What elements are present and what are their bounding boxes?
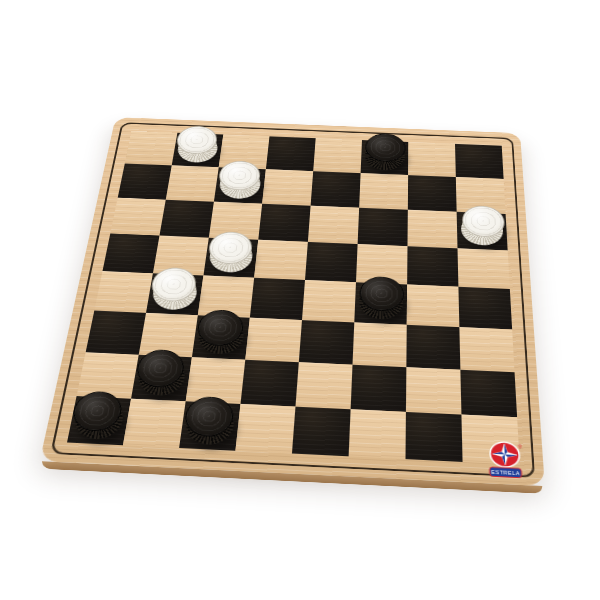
square-r4c4[interactable] xyxy=(254,240,308,280)
square-r3c1[interactable] xyxy=(110,198,165,236)
photo-background: ® ESTRELA xyxy=(0,0,600,600)
checker-black[interactable] xyxy=(196,318,246,356)
checker-white[interactable] xyxy=(150,276,199,312)
square-r3c2[interactable] xyxy=(159,200,213,238)
square-r6c1[interactable] xyxy=(86,311,146,355)
square-r1c8[interactable] xyxy=(455,144,504,179)
square-r4c1[interactable] xyxy=(103,233,160,273)
square-r7c6[interactable] xyxy=(351,365,407,412)
square-r8c7[interactable] xyxy=(406,412,463,462)
checkers-board: ® ESTRELA xyxy=(40,117,545,486)
checker-black[interactable] xyxy=(364,143,405,173)
square-r7c8[interactable] xyxy=(460,370,517,418)
square-r7c2[interactable] xyxy=(131,355,192,402)
square-r5c1[interactable] xyxy=(94,271,153,313)
square-r8c5[interactable] xyxy=(292,407,351,457)
square-r5c2[interactable] xyxy=(146,273,203,315)
square-r2c5[interactable] xyxy=(311,171,361,208)
checker-black[interactable] xyxy=(358,285,403,322)
square-r6c7[interactable] xyxy=(406,325,460,370)
square-r5c6[interactable] xyxy=(354,282,407,325)
square-r6c3[interactable] xyxy=(192,315,250,359)
square-r6c8[interactable] xyxy=(459,327,514,372)
square-r4c5[interactable] xyxy=(305,242,358,282)
square-r3c4[interactable] xyxy=(258,204,310,242)
checker-white[interactable] xyxy=(175,135,219,165)
square-r7c5[interactable] xyxy=(295,362,352,409)
square-r7c4[interactable] xyxy=(240,360,298,407)
square-r2c6[interactable] xyxy=(359,173,408,210)
square-r7c7[interactable] xyxy=(406,367,461,414)
checker-black[interactable] xyxy=(184,405,237,447)
square-r4c7[interactable] xyxy=(407,246,458,287)
square-r3c8[interactable] xyxy=(457,212,508,251)
square-r1c2[interactable] xyxy=(172,133,224,168)
square-r6c5[interactable] xyxy=(299,320,354,365)
square-r2c4[interactable] xyxy=(262,169,313,205)
square-r8c4[interactable] xyxy=(235,404,295,454)
square-r1c4[interactable] xyxy=(266,136,316,171)
board-grid xyxy=(67,131,520,465)
square-r2c1[interactable] xyxy=(118,163,172,199)
square-r8c1[interactable] xyxy=(67,396,131,445)
square-r3c5[interactable] xyxy=(308,206,359,244)
square-r5c5[interactable] xyxy=(302,280,356,322)
square-r1c6[interactable] xyxy=(361,140,409,175)
checker-white[interactable] xyxy=(218,170,263,201)
square-r6c6[interactable] xyxy=(353,322,407,367)
square-r1c5[interactable] xyxy=(313,138,362,173)
square-r5c8[interactable] xyxy=(458,287,512,330)
square-r6c4[interactable] xyxy=(245,318,302,362)
square-r2c2[interactable] xyxy=(166,165,219,201)
square-r1c7[interactable] xyxy=(408,142,456,177)
square-r5c7[interactable] xyxy=(407,285,460,328)
square-r5c4[interactable] xyxy=(250,278,305,320)
square-r2c3[interactable] xyxy=(214,167,266,203)
checker-black[interactable] xyxy=(72,399,127,441)
square-r2c7[interactable] xyxy=(408,175,457,212)
square-r8c2[interactable] xyxy=(123,399,186,448)
checker-white[interactable] xyxy=(207,240,254,274)
checker-white[interactable] xyxy=(460,215,504,248)
square-r1c1[interactable] xyxy=(125,131,178,166)
square-r4c8[interactable] xyxy=(458,248,510,289)
square-r4c3[interactable] xyxy=(203,238,258,278)
estrela-logo: ® ESTRELA xyxy=(486,440,526,481)
checker-black[interactable] xyxy=(135,358,187,398)
square-r8c3[interactable] xyxy=(179,401,240,450)
square-r3c7[interactable] xyxy=(407,210,457,249)
square-r8c6[interactable] xyxy=(349,409,406,459)
square-r3c6[interactable] xyxy=(358,208,408,246)
